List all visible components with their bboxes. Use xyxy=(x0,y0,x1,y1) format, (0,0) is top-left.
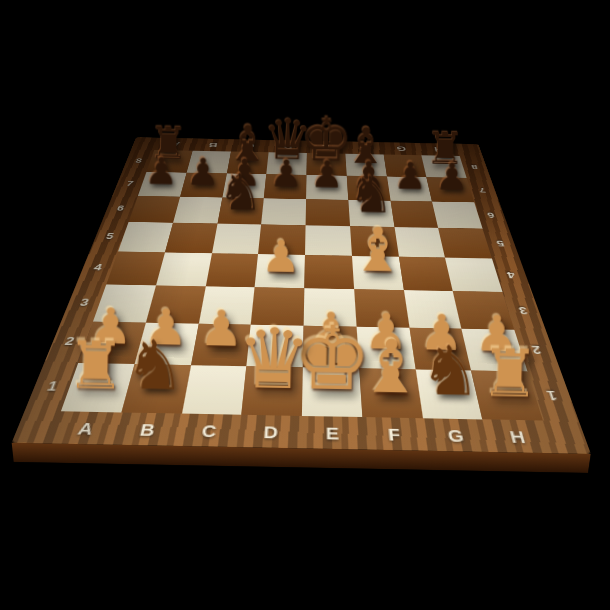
square-f4[interactable]: ♝ xyxy=(352,256,404,290)
square-d4[interactable]: ♟ xyxy=(255,254,305,288)
piece-white-rook-a1[interactable]: ♜ xyxy=(66,334,126,397)
piece-black-pawn-d7[interactable]: ♟ xyxy=(269,155,303,191)
piece-white-knight-g1[interactable]: ♞ xyxy=(419,338,481,404)
piece-white-rook-h1[interactable]: ♜ xyxy=(479,342,539,405)
piece-black-knight-f6[interactable]: ♞ xyxy=(349,170,395,219)
chess-scene: ABCDEFGH ABCDEFGH 87654321 87654321 ♜♝♛♚… xyxy=(0,0,610,610)
square-a5[interactable] xyxy=(118,222,173,252)
square-c4[interactable] xyxy=(205,253,258,287)
piece-black-pawn-a7[interactable]: ♟ xyxy=(145,153,179,189)
square-b6[interactable] xyxy=(173,196,222,223)
square-e6[interactable] xyxy=(306,199,350,226)
piece-white-bishop-f1[interactable]: ♝ xyxy=(358,332,425,403)
square-d1[interactable]: ♛ xyxy=(242,366,303,415)
chess-board: ABCDEFGH ABCDEFGH 87654321 87654321 ♜♝♛♚… xyxy=(12,138,591,454)
square-g1[interactable]: ♞ xyxy=(415,370,482,420)
square-b4[interactable] xyxy=(156,252,212,286)
file-label-bottom-e: E xyxy=(301,416,364,450)
square-h7[interactable]: ♟ xyxy=(427,177,475,202)
square-h1[interactable]: ♜ xyxy=(471,371,542,421)
square-d6[interactable] xyxy=(261,198,306,225)
perspective-container: ABCDEFGH ABCDEFGH 87654321 87654321 ♜♝♛♚… xyxy=(0,0,610,610)
square-b1[interactable]: ♞ xyxy=(121,364,190,413)
square-e4[interactable] xyxy=(304,255,354,289)
square-c6[interactable]: ♞ xyxy=(217,197,264,224)
file-label-bottom-b: B xyxy=(112,412,181,446)
file-label-bottom-c: C xyxy=(175,414,241,448)
file-label-bottom-d: D xyxy=(238,415,302,449)
file-label-bottom-g: G xyxy=(422,418,490,452)
square-h5[interactable] xyxy=(438,228,492,259)
square-e7[interactable]: ♟ xyxy=(306,175,348,200)
piece-white-knight-b1[interactable]: ♞ xyxy=(124,333,186,399)
file-label-bottom-f: F xyxy=(362,417,427,451)
file-label-bottom-a: A xyxy=(49,411,121,444)
square-a7[interactable]: ♟ xyxy=(138,172,187,197)
file-label-bottom-h: H xyxy=(483,419,554,453)
piece-white-bishop-f4[interactable]: ♝ xyxy=(350,221,405,279)
square-b5[interactable] xyxy=(165,223,217,253)
piece-black-pawn-h7[interactable]: ♟ xyxy=(434,159,468,195)
piece-white-queen-d1[interactable]: ♛ xyxy=(235,320,311,401)
piece-black-pawn-b7[interactable]: ♟ xyxy=(186,154,220,190)
square-c5[interactable] xyxy=(212,224,262,254)
square-e5[interactable] xyxy=(305,225,352,255)
square-g4[interactable] xyxy=(398,257,452,291)
piece-white-pawn-d4[interactable]: ♟ xyxy=(261,235,301,277)
square-h6[interactable] xyxy=(432,201,482,229)
square-d7[interactable]: ♟ xyxy=(264,174,306,199)
piece-black-knight-c6[interactable]: ♞ xyxy=(218,168,264,217)
board-tilt-wrapper: ABCDEFGH ABCDEFGH 87654321 87654321 ♜♝♛♚… xyxy=(0,0,610,610)
piece-black-pawn-g7[interactable]: ♟ xyxy=(393,158,427,194)
piece-black-pawn-e7[interactable]: ♟ xyxy=(310,156,344,192)
square-f1[interactable]: ♝ xyxy=(359,369,422,419)
square-a6[interactable] xyxy=(129,196,180,223)
